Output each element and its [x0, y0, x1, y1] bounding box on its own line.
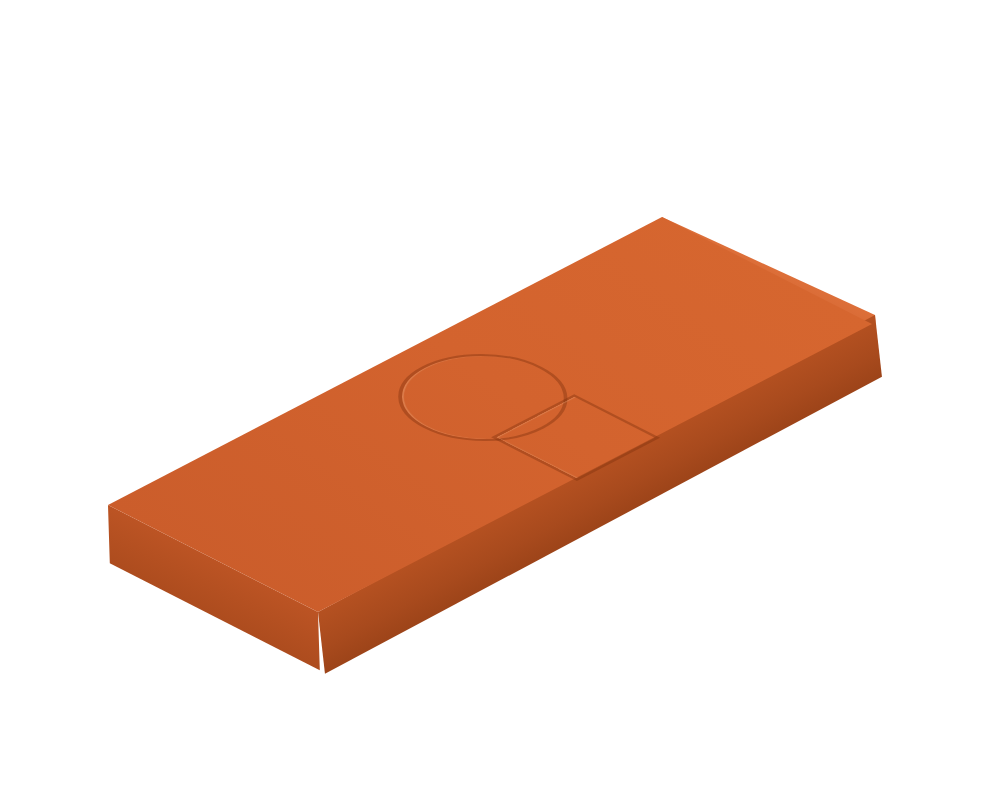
model-viewer-canvas[interactable] — [0, 0, 1000, 792]
